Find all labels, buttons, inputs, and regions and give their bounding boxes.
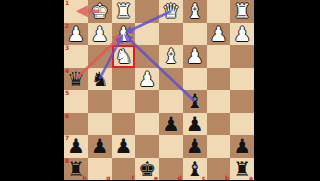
- square-e6[interactable]: [135, 113, 159, 136]
- square-b2[interactable]: ♟: [207, 23, 231, 46]
- square-g5[interactable]: [88, 90, 112, 113]
- square-h5[interactable]: 5: [64, 90, 88, 113]
- square-c7[interactable]: ♟: [183, 135, 207, 158]
- square-h1[interactable]: 1: [64, 0, 88, 23]
- square-b4[interactable]: [207, 68, 231, 91]
- file-label-g: g: [106, 174, 110, 180]
- square-c1[interactable]: ♝: [183, 0, 207, 23]
- square-d2[interactable]: [159, 23, 183, 46]
- square-h6[interactable]: 6: [64, 113, 88, 136]
- square-d6[interactable]: ♟: [159, 113, 183, 136]
- piece-black-rook-a8: ♜: [230, 158, 254, 181]
- square-g7[interactable]: ♟: [88, 135, 112, 158]
- square-f5[interactable]: [112, 90, 136, 113]
- square-g8[interactable]: g: [88, 158, 112, 181]
- square-e7[interactable]: [135, 135, 159, 158]
- piece-white-rook-f1: ♜: [112, 0, 136, 23]
- square-h7[interactable]: 7♟: [64, 135, 88, 158]
- square-e8[interactable]: e♚: [135, 158, 159, 181]
- piece-white-pawn-h2: ♟: [64, 23, 88, 46]
- piece-black-queen-h4: ♛: [64, 68, 88, 91]
- square-d3[interactable]: ♝: [159, 45, 183, 68]
- square-f3[interactable]: ♞: [112, 45, 136, 68]
- piece-black-pawn-h7: ♟: [64, 135, 88, 158]
- piece-black-pawn-g7: ♟: [88, 135, 112, 158]
- piece-white-rook-a1: ♜: [230, 0, 254, 23]
- square-c6[interactable]: ♟: [183, 113, 207, 136]
- square-e5[interactable]: [135, 90, 159, 113]
- square-f6[interactable]: [112, 113, 136, 136]
- square-f8[interactable]: f: [112, 158, 136, 181]
- chess-board: 1♚♜♛♝♜2♟♟♟♟♟3♞♝♟4♛♞♟5♝6♟♟7♟♟♟♟♟8h♜gfe♚dc…: [64, 0, 254, 180]
- piece-white-pawn-g2: ♟: [88, 23, 112, 46]
- square-e1[interactable]: [135, 0, 159, 23]
- square-c2[interactable]: [183, 23, 207, 46]
- square-f4[interactable]: [112, 68, 136, 91]
- square-g6[interactable]: [88, 113, 112, 136]
- square-b8[interactable]: b: [207, 158, 231, 181]
- square-h3[interactable]: 3: [64, 45, 88, 68]
- square-a8[interactable]: a♜: [230, 158, 254, 181]
- square-c5[interactable]: ♝: [183, 90, 207, 113]
- square-b3[interactable]: [207, 45, 231, 68]
- square-b5[interactable]: [207, 90, 231, 113]
- square-g3[interactable]: [88, 45, 112, 68]
- piece-black-pawn-a7: ♟: [230, 135, 254, 158]
- square-g2[interactable]: ♟: [88, 23, 112, 46]
- square-b7[interactable]: [207, 135, 231, 158]
- square-a1[interactable]: ♜: [230, 0, 254, 23]
- square-g4[interactable]: ♞: [88, 68, 112, 91]
- file-label-b: b: [225, 174, 229, 180]
- square-a7[interactable]: ♟: [230, 135, 254, 158]
- square-a6[interactable]: [230, 113, 254, 136]
- square-a2[interactable]: ♟: [230, 23, 254, 46]
- square-d1[interactable]: ♛: [159, 0, 183, 23]
- rank-label-1: 1: [65, 0, 69, 6]
- square-h2[interactable]: 2♟: [64, 23, 88, 46]
- square-e2[interactable]: [135, 23, 159, 46]
- piece-white-knight-f3: ♞: [112, 45, 136, 68]
- square-c8[interactable]: c♝: [183, 158, 207, 181]
- piece-white-pawn-b2: ♟: [207, 23, 231, 46]
- piece-black-pawn-c7: ♟: [183, 135, 207, 158]
- piece-white-queen-d1: ♛: [159, 0, 183, 23]
- square-f7[interactable]: ♟: [112, 135, 136, 158]
- letterbox-stage: 1♚♜♛♝♜2♟♟♟♟♟3♞♝♟4♛♞♟5♝6♟♟7♟♟♟♟♟8h♜gfe♚dc…: [0, 0, 320, 180]
- square-b1[interactable]: [207, 0, 231, 23]
- square-h4[interactable]: 4♛: [64, 68, 88, 91]
- piece-white-pawn-f2: ♟: [112, 23, 136, 46]
- square-f1[interactable]: ♜: [112, 0, 136, 23]
- piece-white-pawn-e4: ♟: [135, 68, 159, 91]
- square-c3[interactable]: ♟: [183, 45, 207, 68]
- rank-label-5: 5: [65, 89, 69, 96]
- rank-label-6: 6: [65, 112, 69, 119]
- piece-black-king-e8: ♚: [135, 158, 159, 181]
- piece-black-pawn-f7: ♟: [112, 135, 136, 158]
- piece-white-bishop-c1: ♝: [183, 0, 207, 23]
- piece-black-pawn-d6: ♟: [159, 113, 183, 136]
- piece-white-pawn-c3: ♟: [183, 45, 207, 68]
- square-e4[interactable]: ♟: [135, 68, 159, 91]
- square-a4[interactable]: [230, 68, 254, 91]
- square-e3[interactable]: [135, 45, 159, 68]
- piece-black-knight-g4: ♞: [88, 68, 112, 91]
- square-d4[interactable]: [159, 68, 183, 91]
- piece-white-bishop-d3: ♝: [159, 45, 183, 68]
- square-f2[interactable]: ♟: [112, 23, 136, 46]
- piece-black-bishop-c5: ♝: [183, 90, 207, 113]
- square-a5[interactable]: [230, 90, 254, 113]
- square-c4[interactable]: [183, 68, 207, 91]
- square-d5[interactable]: [159, 90, 183, 113]
- square-h8[interactable]: 8h♜: [64, 158, 88, 181]
- square-b6[interactable]: [207, 113, 231, 136]
- square-g1[interactable]: ♚: [88, 0, 112, 23]
- file-label-d: d: [177, 174, 181, 180]
- square-d7[interactable]: [159, 135, 183, 158]
- piece-black-rook-h8: ♜: [64, 158, 88, 181]
- piece-black-bishop-c8: ♝: [183, 158, 207, 181]
- square-d8[interactable]: d: [159, 158, 183, 181]
- piece-white-king-g1: ♚: [88, 0, 112, 23]
- square-a3[interactable]: [230, 45, 254, 68]
- piece-white-pawn-a2: ♟: [230, 23, 254, 46]
- rank-label-3: 3: [65, 44, 69, 51]
- piece-black-pawn-c6: ♟: [183, 113, 207, 136]
- file-label-f: f: [132, 174, 135, 180]
